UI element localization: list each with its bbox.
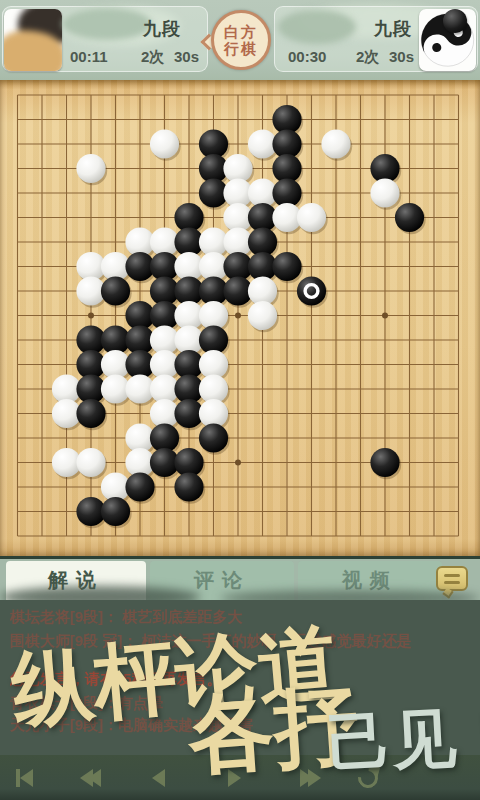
chat-line: 棋坛老将[9段]： 棋艺到底差距多大: [10, 608, 476, 627]
go-board-area: [0, 80, 480, 558]
black-stone-J5: [199, 423, 228, 452]
white-main-clock: 00:11: [70, 48, 108, 65]
white-stone-N14: [297, 203, 326, 232]
tab-bar: 解说 评论 视频: [0, 556, 480, 600]
black-byoyomi-periods: 2次: [356, 48, 379, 67]
tab-comments-label: 评论: [194, 567, 250, 594]
black-stone-N11: [297, 276, 326, 305]
black-stone-E2: [101, 497, 130, 526]
turn-indicator-seal: 白方 行棋: [211, 10, 271, 70]
black-stone-D6: [76, 399, 105, 428]
white-stone-L10: [248, 301, 277, 330]
go-board[interactable]: [0, 80, 480, 558]
black-stone-E11: [101, 276, 130, 305]
white-byoyomi-time: 30s: [174, 48, 199, 65]
playback-bar: [0, 755, 480, 800]
chat-line: 青衣棋士[9段]：有点晕: [10, 694, 476, 713]
white-stone-D4: [76, 448, 105, 477]
black-main-clock: 00:30: [288, 48, 326, 65]
top-bar: 九段 九段 00:11 2次 30s 00:30 2次 30s 白方 行棋: [0, 0, 480, 80]
black-stone-Q4: [370, 448, 399, 477]
skip-to-start-icon[interactable]: [16, 755, 33, 800]
black-stone-M12: [272, 252, 301, 281]
seal-text-top: 白方: [224, 23, 258, 40]
chat-bubble-icon[interactable]: [436, 566, 468, 591]
commentary-feed[interactable]: 棋坛老将[9段]： 棋艺到底差距多大 围棋大师[9段 冠]： 柯洁这一手下的妙啊…: [0, 600, 480, 755]
black-stone-R14: [395, 203, 424, 232]
black-stone-H3: [174, 472, 203, 501]
black-stone-F3: [125, 472, 154, 501]
white-byoyomi-periods: 2次: [141, 48, 164, 67]
white-stone-O17: [321, 129, 350, 158]
replay-icon[interactable]: [358, 755, 383, 800]
chat-line: 天元小子[9段]：电脑确实越来越厉害: [10, 716, 476, 735]
white-stone-G17: [150, 129, 179, 158]
chat-line: 围棋大师[9段 冠]： 柯洁这一手下的妙啊，不过感觉最好还是: [10, 632, 476, 651]
fast-backward-icon[interactable]: [80, 755, 101, 800]
system-message: 您已发言，请在15秒后再发言。: [10, 670, 476, 689]
step-backward-icon[interactable]: [152, 755, 165, 800]
white-stone-D16: [76, 154, 105, 183]
seal-text-bottom: 行棋: [224, 40, 258, 57]
white-stone-Q15: [370, 178, 399, 207]
step-forward-icon[interactable]: [228, 755, 241, 800]
black-byoyomi-time: 30s: [389, 48, 414, 65]
fast-forward-icon[interactable]: [300, 755, 321, 800]
black-stone-badge-icon: [443, 9, 467, 33]
